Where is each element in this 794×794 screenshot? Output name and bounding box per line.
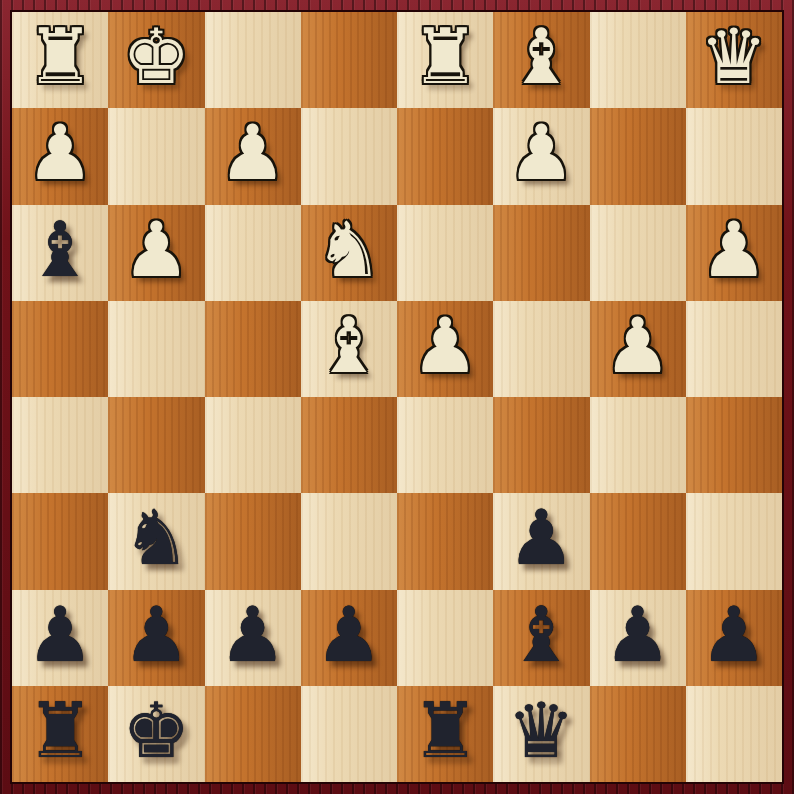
white-rook: ♜ [26,12,94,105]
white-pawn: ♟ [26,108,94,201]
white-pawn: ♟ [604,301,672,394]
square-a5[interactable] [686,397,782,493]
square-h2[interactable]: ♟ [12,108,108,204]
square-e6[interactable] [301,493,397,589]
square-c1[interactable]: ♝ [493,12,589,108]
white-bishop: ♝ [507,12,575,105]
square-g5[interactable] [108,397,204,493]
square-b7[interactable]: ♟ [590,590,686,686]
square-f5[interactable] [205,397,301,493]
black-pawn: ♟ [219,590,287,683]
square-c4[interactable] [493,301,589,397]
square-b4[interactable]: ♟ [590,301,686,397]
square-c8[interactable]: ♛ [493,686,589,782]
square-g8[interactable]: ♚ [108,686,204,782]
square-a4[interactable] [686,301,782,397]
square-a3[interactable]: ♟ [686,205,782,301]
square-g3[interactable]: ♟ [108,205,204,301]
square-f7[interactable]: ♟ [205,590,301,686]
square-a2[interactable] [686,108,782,204]
square-e1[interactable] [301,12,397,108]
square-b5[interactable] [590,397,686,493]
square-d1[interactable]: ♜ [397,12,493,108]
black-knight: ♞ [122,493,190,586]
square-e8[interactable] [301,686,397,782]
square-c7[interactable]: ♝ [493,590,589,686]
square-b6[interactable] [590,493,686,589]
black-pawn: ♟ [26,590,94,683]
square-f6[interactable] [205,493,301,589]
white-knight: ♞ [315,205,383,298]
black-rook: ♜ [411,686,479,779]
square-f2[interactable]: ♟ [205,108,301,204]
black-pawn: ♟ [122,590,190,683]
square-g7[interactable]: ♟ [108,590,204,686]
black-queen: ♛ [507,686,575,779]
square-b2[interactable] [590,108,686,204]
chess-board: ♜♚♜♝♛♟♟♟♝♟♞♟♝♟♟♞♟♟♟♟♟♝♟♟♜♚♜♛ [12,12,782,782]
square-g6[interactable]: ♞ [108,493,204,589]
white-bishop: ♝ [315,301,383,394]
square-e4[interactable]: ♝ [301,301,397,397]
square-e7[interactable]: ♟ [301,590,397,686]
square-e2[interactable] [301,108,397,204]
square-h6[interactable] [12,493,108,589]
square-g4[interactable] [108,301,204,397]
square-d2[interactable] [397,108,493,204]
square-c3[interactable] [493,205,589,301]
black-bishop: ♝ [507,590,575,683]
square-h7[interactable]: ♟ [12,590,108,686]
black-pawn: ♟ [700,590,768,683]
white-pawn: ♟ [411,301,479,394]
square-d3[interactable] [397,205,493,301]
black-bishop: ♝ [26,205,94,298]
square-d7[interactable] [397,590,493,686]
square-h4[interactable] [12,301,108,397]
square-g1[interactable]: ♚ [108,12,204,108]
square-d6[interactable] [397,493,493,589]
board-frame: ♜♚♜♝♛♟♟♟♝♟♞♟♝♟♟♞♟♟♟♟♟♝♟♟♜♚♜♛ [0,0,794,794]
square-a1[interactable]: ♛ [686,12,782,108]
square-b3[interactable] [590,205,686,301]
square-c5[interactable] [493,397,589,493]
white-rook: ♜ [411,12,479,105]
square-h1[interactable]: ♜ [12,12,108,108]
square-h3[interactable]: ♝ [12,205,108,301]
white-king: ♚ [122,12,190,105]
square-c6[interactable]: ♟ [493,493,589,589]
white-pawn: ♟ [219,108,287,201]
black-rook: ♜ [26,686,94,779]
white-queen: ♛ [700,12,768,105]
black-pawn: ♟ [315,590,383,683]
square-e3[interactable]: ♞ [301,205,397,301]
black-king: ♚ [122,686,190,779]
square-h5[interactable] [12,397,108,493]
square-e5[interactable] [301,397,397,493]
square-h8[interactable]: ♜ [12,686,108,782]
square-f4[interactable] [205,301,301,397]
black-pawn: ♟ [507,493,575,586]
white-pawn: ♟ [507,108,575,201]
square-d4[interactable]: ♟ [397,301,493,397]
square-g2[interactable] [108,108,204,204]
square-c2[interactable]: ♟ [493,108,589,204]
square-f1[interactable] [205,12,301,108]
white-pawn: ♟ [700,205,768,298]
square-a7[interactable]: ♟ [686,590,782,686]
square-a6[interactable] [686,493,782,589]
white-pawn: ♟ [122,205,190,298]
square-f3[interactable] [205,205,301,301]
square-a8[interactable] [686,686,782,782]
square-b8[interactable] [590,686,686,782]
black-pawn: ♟ [604,590,672,683]
square-d5[interactable] [397,397,493,493]
square-f8[interactable] [205,686,301,782]
square-d8[interactable]: ♜ [397,686,493,782]
square-b1[interactable] [590,12,686,108]
